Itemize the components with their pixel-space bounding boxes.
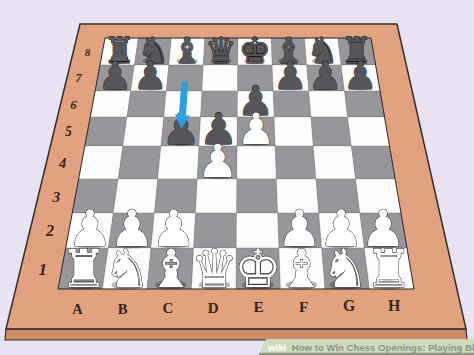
piece-glyph: ♟ <box>308 53 342 98</box>
square-g4[interactable] <box>313 146 355 179</box>
square-f5[interactable] <box>274 117 313 146</box>
piece-white-rook-a1[interactable]: ♜ <box>60 238 107 299</box>
rank-label-2: 2 <box>45 221 54 240</box>
piece-glyph: ♛ <box>205 30 237 71</box>
file-label-c: C <box>163 300 174 316</box>
square-b4[interactable] <box>118 146 161 179</box>
piece-black-pawn-h7[interactable]: ♟ <box>343 53 377 98</box>
piece-glyph: ♚ <box>234 238 281 299</box>
rank-label-4: 4 <box>58 155 66 171</box>
square-e3[interactable] <box>237 179 278 213</box>
piece-glyph: ♟ <box>273 53 307 98</box>
piece-glyph: ♚ <box>239 30 271 71</box>
piece-white-pawn-e5[interactable]: ♟ <box>237 104 276 154</box>
watermark-caption: wiki How to Win Chess Openings: Playing … <box>259 339 474 355</box>
piece-glyph: ♝ <box>278 238 325 299</box>
piece-glyph: ♟ <box>133 53 167 98</box>
file-label-d: D <box>208 300 219 316</box>
square-g5[interactable] <box>311 117 351 146</box>
square-a4[interactable] <box>79 146 123 179</box>
square-h5[interactable] <box>348 117 390 146</box>
file-label-a: A <box>72 301 83 317</box>
rank-label-5: 5 <box>65 124 72 139</box>
rank-label-1: 1 <box>39 260 48 279</box>
chess-board: 87654321ABCDEFGH♜♞♝♛♚♝♞♜♟♟♟♟♟♟♟♟♟♟♟♟♟♟♟♟… <box>0 0 474 355</box>
file-label-e: E <box>253 298 263 315</box>
piece-white-queen-d1[interactable]: ♛ <box>191 238 238 299</box>
file-label-h: H <box>388 297 401 314</box>
rank-label-8: 8 <box>85 46 91 58</box>
piece-white-rook-h1[interactable]: ♜ <box>365 238 412 299</box>
square-h4[interactable] <box>351 146 395 179</box>
caption-text: wiki How to Win Chess Openings: Playing … <box>267 342 474 353</box>
file-label-b: B <box>118 301 128 317</box>
piece-glyph: ♝ <box>171 30 203 71</box>
wikihow-brand: wiki <box>267 342 286 353</box>
piece-black-bishop-c8[interactable]: ♝ <box>171 30 203 71</box>
piece-glyph: ♜ <box>60 238 107 299</box>
piece-black-pawn-f7[interactable]: ♟ <box>273 53 307 98</box>
piece-glyph: ♞ <box>104 238 151 299</box>
piece-black-pawn-a7[interactable]: ♟ <box>98 53 132 98</box>
chess-opening-illustration: 87654321ABCDEFGH♜♞♝♛♚♝♞♜♟♟♟♟♟♟♟♟♟♟♟♟♟♟♟♟… <box>0 0 474 355</box>
piece-glyph: ♛ <box>191 238 238 299</box>
piece-white-knight-g1[interactable]: ♞ <box>321 238 368 299</box>
piece-black-pawn-g7[interactable]: ♟ <box>308 53 342 98</box>
piece-white-bishop-f1[interactable]: ♝ <box>278 238 325 299</box>
piece-glyph: ♞ <box>321 238 368 299</box>
piece-glyph: ♝ <box>147 238 194 299</box>
piece-black-king-e8[interactable]: ♚ <box>239 30 271 71</box>
piece-black-queen-d8[interactable]: ♛ <box>205 30 237 71</box>
piece-glyph: ♟ <box>237 104 276 154</box>
rank-label-7: 7 <box>76 71 83 85</box>
piece-glyph: ♟ <box>197 135 238 188</box>
piece-white-pawn-d4[interactable]: ♟ <box>197 135 238 188</box>
square-b5[interactable] <box>123 117 164 146</box>
square-f4[interactable] <box>275 146 316 179</box>
piece-white-bishop-c1[interactable]: ♝ <box>147 238 194 299</box>
piece-glyph: ♟ <box>98 53 132 98</box>
board-frame-side <box>5 329 467 340</box>
square-a5[interactable] <box>85 117 127 146</box>
piece-white-king-e1[interactable]: ♚ <box>234 238 281 299</box>
piece-black-pawn-b7[interactable]: ♟ <box>133 53 167 98</box>
caption-title: How to Win Chess Openings: Playing Black <box>292 342 474 353</box>
piece-white-knight-b1[interactable]: ♞ <box>104 238 151 299</box>
file-label-g: G <box>343 297 355 314</box>
file-label-f: F <box>299 298 308 315</box>
piece-glyph: ♟ <box>343 53 377 98</box>
rank-label-6: 6 <box>70 98 77 112</box>
piece-glyph: ♜ <box>365 238 412 299</box>
rank-label-3: 3 <box>52 188 61 205</box>
